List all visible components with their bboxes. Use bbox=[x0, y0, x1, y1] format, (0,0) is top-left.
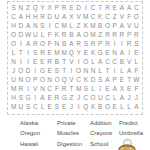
grid-cell[interactable]: O bbox=[39, 40, 46, 49]
grid-cell[interactable]: W bbox=[133, 76, 140, 85]
grid-cell[interactable]: I bbox=[68, 67, 75, 76]
grid-cell[interactable]: R bbox=[104, 4, 111, 13]
grid-cell[interactable]: I bbox=[46, 22, 53, 31]
word-list-item: Digestion bbox=[57, 139, 90, 149]
grid-cell[interactable]: B bbox=[68, 31, 75, 40]
grid-cell[interactable]: B bbox=[118, 58, 125, 67]
grid-cell[interactable]: R bbox=[32, 40, 39, 49]
grid-cell[interactable]: N bbox=[82, 67, 89, 76]
grid-cell[interactable]: M bbox=[61, 49, 68, 58]
grid-cell[interactable]: O bbox=[17, 67, 24, 76]
word-list-item: Addition bbox=[90, 118, 119, 128]
grid-cell[interactable]: P bbox=[97, 40, 104, 49]
grid-cell[interactable]: C bbox=[89, 4, 96, 13]
grid-cell[interactable]: U bbox=[32, 31, 39, 40]
grid-cell[interactable]: M bbox=[10, 85, 17, 94]
grid-cell[interactable]: O bbox=[39, 76, 46, 85]
grid-cell[interactable]: N bbox=[53, 40, 60, 49]
word-list-item: Predict bbox=[119, 118, 150, 128]
grid-cell[interactable]: S bbox=[53, 103, 60, 112]
grid-cell[interactable]: E bbox=[46, 103, 53, 112]
grid-cell[interactable]: U bbox=[17, 103, 24, 112]
grid-cell[interactable]: X bbox=[118, 85, 125, 94]
grid-cell[interactable]: L bbox=[10, 49, 17, 58]
grid-cell[interactable]: E bbox=[104, 49, 111, 58]
grid-cell[interactable]: K bbox=[89, 103, 96, 112]
grid-cell[interactable]: T bbox=[126, 76, 133, 85]
grid-cell[interactable]: F bbox=[53, 85, 60, 94]
grid-cell[interactable]: C bbox=[89, 13, 96, 22]
grid-cell[interactable]: R bbox=[53, 94, 60, 103]
grid-cell[interactable]: L bbox=[118, 103, 125, 112]
grid-cell[interactable]: N bbox=[32, 22, 39, 31]
grid-cell[interactable]: I bbox=[75, 103, 82, 112]
grid-cell[interactable]: A bbox=[104, 76, 111, 85]
grid-cell[interactable]: K bbox=[82, 76, 89, 85]
grid-cell[interactable]: D bbox=[89, 76, 96, 85]
grid-cell[interactable]: I bbox=[111, 40, 118, 49]
grid-cell[interactable]: G bbox=[61, 94, 68, 103]
grid-cell[interactable]: F bbox=[126, 13, 133, 22]
grid-cell[interactable]: A bbox=[68, 40, 75, 49]
grid-cell[interactable]: O bbox=[89, 94, 96, 103]
grid-cell[interactable]: D bbox=[75, 4, 82, 13]
grid-cell[interactable]: B bbox=[61, 40, 68, 49]
grid-cell[interactable]: A bbox=[118, 22, 125, 31]
grid-cell[interactable]: N bbox=[17, 4, 24, 13]
grid-cell[interactable]: O bbox=[104, 103, 111, 112]
grid-cell[interactable]: L bbox=[126, 103, 133, 112]
grid-cell[interactable]: R bbox=[133, 31, 140, 40]
grid-cell[interactable]: C bbox=[32, 103, 39, 112]
grid-cell[interactable]: W bbox=[24, 31, 31, 40]
word-search-worksheet: SNZQYXPREDICTREAACCAHHRDUAXVMCKCZVFOHDAN… bbox=[0, 0, 150, 150]
grid-cell[interactable]: I bbox=[17, 40, 24, 49]
grid-cell[interactable]: X bbox=[46, 4, 53, 13]
grid-cell[interactable]: B bbox=[53, 58, 60, 67]
grid-cell[interactable]: I bbox=[24, 49, 31, 58]
grid-cell[interactable]: V bbox=[126, 58, 133, 67]
grid-cell[interactable]: D bbox=[46, 13, 53, 22]
grid-cell[interactable]: I bbox=[24, 58, 31, 67]
grid-cell[interactable]: S bbox=[53, 67, 60, 76]
grid-cell[interactable]: S bbox=[10, 4, 17, 13]
grid-cell[interactable]: Z bbox=[24, 4, 31, 13]
grid-cell[interactable]: H bbox=[10, 22, 17, 31]
grid-cell[interactable]: F bbox=[133, 85, 140, 94]
grid-cell[interactable]: V bbox=[32, 85, 39, 94]
grid-cell[interactable]: P bbox=[111, 76, 118, 85]
word-list-item: Muscles bbox=[57, 128, 90, 138]
grid-cell[interactable]: N bbox=[89, 67, 96, 76]
grid-cell[interactable]: A bbox=[39, 94, 46, 103]
grid-cell[interactable]: E bbox=[111, 4, 118, 13]
grid-cell[interactable]: D bbox=[17, 31, 24, 40]
grid-cell[interactable]: K bbox=[82, 22, 89, 31]
grid-cell[interactable]: H bbox=[24, 13, 31, 22]
grid-cell[interactable]: H bbox=[10, 94, 17, 103]
grid-cell[interactable]: T bbox=[104, 67, 111, 76]
grid-cell[interactable]: Z bbox=[97, 31, 104, 40]
grid-cell[interactable]: I bbox=[82, 4, 89, 13]
grid-cell[interactable]: R bbox=[89, 40, 96, 49]
grid-cell[interactable]: L bbox=[111, 94, 118, 103]
grid-cell[interactable]: A bbox=[24, 40, 31, 49]
grid-cell[interactable]: S bbox=[97, 76, 104, 85]
grid-cell[interactable]: R bbox=[61, 85, 68, 94]
grid-cell[interactable]: Q bbox=[61, 76, 68, 85]
grid-cell[interactable]: S bbox=[133, 40, 140, 49]
grid-cell[interactable]: O bbox=[10, 40, 17, 49]
grid-cell[interactable]: I bbox=[111, 67, 118, 76]
grid-cell[interactable]: E bbox=[82, 49, 89, 58]
grid-cell[interactable]: R bbox=[17, 85, 24, 94]
grid-cell[interactable]: E bbox=[104, 85, 111, 94]
grid-cell[interactable]: R bbox=[61, 31, 68, 40]
grid-cell[interactable]: E bbox=[46, 94, 53, 103]
grid-cell[interactable]: N bbox=[46, 76, 53, 85]
grid-cell[interactable]: O bbox=[24, 76, 31, 85]
grid-cell[interactable]: A bbox=[17, 13, 24, 22]
grid-cell[interactable]: C bbox=[46, 85, 53, 94]
grid-cell[interactable]: O bbox=[53, 76, 60, 85]
grid-cell[interactable]: T bbox=[61, 67, 68, 76]
grid-cell[interactable]: L bbox=[118, 67, 125, 76]
grid-cell[interactable]: Q bbox=[68, 49, 75, 58]
grid-cell[interactable]: L bbox=[89, 85, 96, 94]
grid-cell[interactable]: C bbox=[104, 58, 111, 67]
grid-cell[interactable]: E bbox=[46, 49, 53, 58]
grid-cell[interactable]: D bbox=[24, 67, 31, 76]
grid-cell[interactable]: R bbox=[118, 31, 125, 40]
grid-cell[interactable]: R bbox=[61, 4, 68, 13]
grid-cell[interactable]: A bbox=[111, 85, 118, 94]
word-list-item: School bbox=[90, 139, 119, 149]
grid-cell[interactable]: V bbox=[126, 22, 133, 31]
word-list-item: Crayons bbox=[90, 128, 119, 138]
grid-cell[interactable]: T bbox=[17, 49, 24, 58]
grid-cell[interactable]: B bbox=[97, 103, 104, 112]
grid-cell[interactable]: M bbox=[89, 31, 96, 40]
grid-cell[interactable]: G bbox=[39, 67, 46, 76]
word-list-item: Oregon bbox=[20, 128, 57, 138]
grid-cell[interactable]: Q bbox=[32, 4, 39, 13]
grid-cell[interactable]: I bbox=[118, 40, 125, 49]
grid-cell[interactable]: R bbox=[111, 31, 118, 40]
grid-cell[interactable]: O bbox=[10, 31, 17, 40]
grid-cell[interactable]: L bbox=[97, 67, 104, 76]
grid-cell[interactable]: I bbox=[17, 58, 24, 67]
grid-cell[interactable]: C bbox=[10, 13, 17, 22]
grid-cell[interactable]: M bbox=[75, 85, 82, 94]
grid-cell[interactable]: Y bbox=[75, 49, 82, 58]
grid-cell[interactable]: C bbox=[82, 94, 89, 103]
word-list-item: Hawaii bbox=[20, 139, 57, 149]
grid-cell[interactable]: R bbox=[46, 58, 53, 67]
grid-cell[interactable]: M bbox=[61, 22, 68, 31]
grid-cell[interactable]: L bbox=[39, 103, 46, 112]
grid-cell[interactable]: E bbox=[39, 58, 46, 67]
grid-cell[interactable]: P bbox=[53, 4, 60, 13]
grid-cell[interactable]: R bbox=[104, 40, 111, 49]
grid-cell[interactable]: P bbox=[126, 31, 133, 40]
word-search-board: SNZQYXPREDICTREAACCAHHRDUAXVMCKCZVFOHDAN… bbox=[7, 1, 143, 115]
grid-cell[interactable]: R bbox=[39, 49, 46, 58]
grid-cell[interactable]: M bbox=[53, 49, 60, 58]
grid-cell[interactable]: C bbox=[111, 58, 118, 67]
word-list-item: Private bbox=[57, 118, 90, 128]
grid-cell[interactable]: K bbox=[53, 31, 60, 40]
grid-cell[interactable]: A bbox=[24, 22, 31, 31]
grid-cell[interactable]: M bbox=[10, 103, 17, 112]
grid-cell[interactable]: A bbox=[118, 4, 125, 13]
grid-cell[interactable]: A bbox=[61, 13, 68, 22]
grid-cell[interactable]: E bbox=[111, 103, 118, 112]
grid-cell[interactable]: A bbox=[118, 49, 125, 58]
grid-cell[interactable]: H bbox=[32, 13, 39, 22]
grid-cell[interactable]: I bbox=[24, 85, 31, 94]
grid-cell[interactable]: C bbox=[133, 4, 140, 13]
grid-cell[interactable]: D bbox=[17, 22, 24, 31]
grid-cell[interactable]: M bbox=[89, 22, 96, 31]
grid-cell[interactable]: A bbox=[126, 67, 133, 76]
grid-cell[interactable]: S bbox=[32, 49, 39, 58]
grid-cell[interactable]: U bbox=[97, 94, 104, 103]
grid-cell[interactable]: E bbox=[61, 103, 68, 112]
grid-cell[interactable]: A bbox=[97, 58, 104, 67]
grid-cell[interactable]: A bbox=[75, 31, 82, 40]
grid-cell[interactable]: N bbox=[39, 85, 46, 94]
grid-cell[interactable]: S bbox=[39, 22, 46, 31]
grid-cell[interactable]: L bbox=[133, 58, 140, 67]
grid-cell[interactable]: E bbox=[68, 4, 75, 13]
grid-cell[interactable]: R bbox=[126, 40, 133, 49]
grid-cell[interactable]: V bbox=[68, 58, 75, 67]
grid-cell[interactable]: C bbox=[104, 94, 111, 103]
grid-cell[interactable]: X bbox=[68, 13, 75, 22]
grid-cell[interactable]: A bbox=[118, 94, 125, 103]
grid-cell[interactable]: Y bbox=[39, 4, 46, 13]
grid-cell[interactable]: J bbox=[10, 67, 17, 76]
grid-cell[interactable]: S bbox=[82, 85, 89, 94]
grid-cell[interactable]: R bbox=[75, 40, 82, 49]
grid-cell[interactable]: Z bbox=[111, 13, 118, 22]
grid-cell[interactable]: I bbox=[32, 67, 39, 76]
grid-cell[interactable]: F bbox=[133, 67, 140, 76]
grid-cell[interactable]: E bbox=[46, 67, 53, 76]
grid-cell[interactable]: P bbox=[111, 22, 118, 31]
grid-cell[interactable]: G bbox=[24, 94, 31, 103]
grid-cell[interactable]: O bbox=[133, 13, 140, 22]
grid-cell[interactable]: V bbox=[68, 76, 75, 85]
grid-cell[interactable]: G bbox=[97, 49, 104, 58]
grid-cell[interactable]: I bbox=[32, 94, 39, 103]
grid-cell[interactable]: F bbox=[46, 40, 53, 49]
grid-cell[interactable]: O bbox=[82, 58, 89, 67]
grid-cell[interactable]: Q bbox=[82, 103, 89, 112]
grid-cell[interactable]: J bbox=[133, 94, 140, 103]
word-search-grid: SNZQYXPREDICTREAACCAHHRDUAXVMCKCZVFOHDAN… bbox=[10, 4, 140, 112]
grid-cell[interactable]: I bbox=[75, 58, 82, 67]
grid-cell[interactable]: V bbox=[118, 13, 125, 22]
grid-cell[interactable]: A bbox=[126, 4, 133, 13]
grid-cell[interactable]: J bbox=[75, 94, 82, 103]
grid-cell[interactable]: J bbox=[68, 103, 75, 112]
grid-cell[interactable]: E bbox=[32, 58, 39, 67]
grid-cell[interactable]: F bbox=[46, 31, 53, 40]
grid-cell[interactable]: B bbox=[97, 22, 104, 31]
grid-cell[interactable]: K bbox=[97, 13, 104, 22]
grid-cell[interactable]: N bbox=[10, 58, 17, 67]
grid-cell[interactable]: O bbox=[75, 67, 82, 76]
grid-cell[interactable]: L bbox=[68, 22, 75, 31]
grid-cell[interactable]: R bbox=[104, 31, 111, 40]
grid-cell[interactable]: L bbox=[89, 58, 96, 67]
grid-cell[interactable]: N bbox=[111, 49, 118, 58]
grid-cell[interactable]: C bbox=[104, 13, 111, 22]
grid-cell[interactable]: I bbox=[126, 49, 133, 58]
grid-cell[interactable]: P bbox=[32, 76, 39, 85]
grid-cell[interactable]: U bbox=[53, 13, 60, 22]
grid-cell[interactable]: R bbox=[39, 13, 46, 22]
grid-cell[interactable]: T bbox=[97, 4, 104, 13]
grid-cell[interactable]: O bbox=[104, 22, 111, 31]
grid-cell[interactable]: N bbox=[17, 76, 24, 85]
grid-cell[interactable]: E bbox=[133, 49, 140, 58]
grid-cell[interactable]: S bbox=[24, 103, 31, 112]
grid-cell[interactable]: L bbox=[39, 31, 46, 40]
grid-cell[interactable]: T bbox=[61, 58, 68, 67]
grid-cell[interactable]: U bbox=[10, 76, 17, 85]
word-list-item: Alaska bbox=[20, 118, 57, 128]
grid-cell[interactable]: Z bbox=[68, 94, 75, 103]
grid-cell[interactable]: S bbox=[17, 94, 24, 103]
grid-cell[interactable]: S bbox=[82, 40, 89, 49]
grid-cell[interactable]: T bbox=[68, 85, 75, 94]
grid-cell[interactable]: M bbox=[82, 13, 89, 22]
grid-cell[interactable]: U bbox=[133, 22, 140, 31]
grid-cell[interactable]: K bbox=[89, 49, 96, 58]
grid-cell[interactable]: Z bbox=[75, 22, 82, 31]
grid-cell[interactable]: O bbox=[82, 31, 89, 40]
grid-cell[interactable]: J bbox=[126, 94, 133, 103]
egg-in-nest-clipart bbox=[117, 138, 137, 150]
grid-cell[interactable]: I bbox=[97, 85, 104, 94]
grid-cell[interactable]: C bbox=[53, 22, 60, 31]
grid-cell[interactable]: V bbox=[75, 13, 82, 22]
grid-cell[interactable]: C bbox=[75, 76, 82, 85]
grid-cell[interactable]: E bbox=[118, 76, 125, 85]
grid-cell[interactable]: A bbox=[133, 103, 140, 112]
grid-cell[interactable]: E bbox=[126, 85, 133, 94]
